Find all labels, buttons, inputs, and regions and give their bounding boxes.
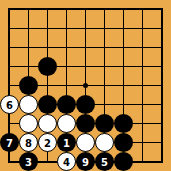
black-stone [76, 114, 95, 133]
move-number: 5 [101, 157, 108, 167]
black-stone [57, 95, 76, 114]
move-number: 4 [63, 157, 70, 167]
move-7-black-stone: 7 [0, 133, 19, 152]
black-stone [114, 133, 133, 152]
white-stone [57, 114, 76, 133]
move-2-white-stone: 2 [38, 133, 57, 152]
white-stone [76, 133, 95, 152]
black-stone [95, 114, 114, 133]
move-number: 8 [25, 138, 32, 148]
black-stone [114, 114, 133, 133]
move-3-black-stone: 3 [19, 152, 38, 171]
white-stone [38, 114, 57, 133]
move-number: 9 [82, 157, 89, 167]
move-number: 2 [44, 138, 51, 148]
move-4-white-stone: 4 [57, 152, 76, 171]
move-number: 3 [25, 157, 32, 167]
white-stone [19, 95, 38, 114]
grid-vline [142, 9, 143, 161]
move-6-white-stone: 6 [0, 95, 19, 114]
move-9-black-stone: 9 [76, 152, 95, 171]
black-stone [114, 152, 133, 171]
white-stone [95, 133, 114, 152]
move-number: 1 [63, 138, 70, 148]
black-stone [38, 95, 57, 114]
white-stone [19, 114, 38, 133]
move-1-black-stone: 1 [57, 133, 76, 152]
move-number: 7 [6, 138, 13, 148]
move-5-black-stone: 5 [95, 152, 114, 171]
star-point [83, 83, 88, 88]
move-8-white-stone: 8 [19, 133, 38, 152]
black-stone [19, 76, 38, 95]
move-number: 6 [6, 100, 13, 110]
go-board-diagram: 678213495 [0, 0, 171, 171]
black-stone [38, 57, 57, 76]
black-stone [76, 95, 95, 114]
